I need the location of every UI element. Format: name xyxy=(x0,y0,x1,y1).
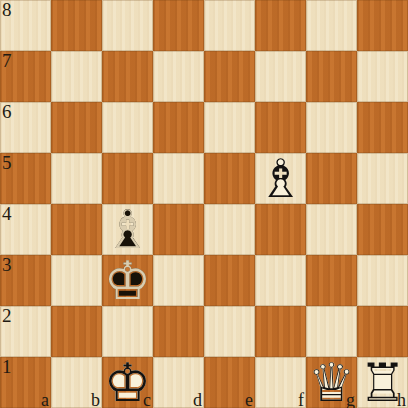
square-e6[interactable] xyxy=(204,102,255,153)
square-a7[interactable]: 7 xyxy=(0,51,51,102)
square-b8[interactable] xyxy=(51,0,102,51)
piece-black-bishop[interactable]: ♝♗ xyxy=(102,204,153,255)
square-d7[interactable] xyxy=(153,51,204,102)
square-g4[interactable] xyxy=(306,204,357,255)
chess-board: 8765♝♗4♝♗3♚♔21abc♚♔defg♛♕h♜♖ xyxy=(0,0,408,408)
square-f1[interactable]: f xyxy=(255,357,306,408)
rank-label-5: 5 xyxy=(2,153,12,174)
square-h2[interactable] xyxy=(357,306,408,357)
file-label-b: b xyxy=(91,391,100,408)
square-c4[interactable]: ♝♗ xyxy=(102,204,153,255)
square-g8[interactable] xyxy=(306,0,357,51)
black-king-glyph-outline: ♔ xyxy=(102,255,153,306)
white-bishop-glyph-outline: ♗ xyxy=(255,153,306,204)
square-d5[interactable] xyxy=(153,153,204,204)
square-e2[interactable] xyxy=(204,306,255,357)
square-h3[interactable] xyxy=(357,255,408,306)
square-f2[interactable] xyxy=(255,306,306,357)
square-h5[interactable] xyxy=(357,153,408,204)
square-c5[interactable] xyxy=(102,153,153,204)
square-g5[interactable] xyxy=(306,153,357,204)
square-h6[interactable] xyxy=(357,102,408,153)
square-d2[interactable] xyxy=(153,306,204,357)
square-c6[interactable] xyxy=(102,102,153,153)
square-e1[interactable]: e xyxy=(204,357,255,408)
square-e4[interactable] xyxy=(204,204,255,255)
square-e8[interactable] xyxy=(204,0,255,51)
square-a1[interactable]: 1a xyxy=(0,357,51,408)
square-a3[interactable]: 3 xyxy=(0,255,51,306)
piece-white-bishop[interactable]: ♝♗ xyxy=(255,153,306,204)
piece-black-king[interactable]: ♚♔ xyxy=(102,255,153,306)
square-g3[interactable] xyxy=(306,255,357,306)
square-c7[interactable] xyxy=(102,51,153,102)
file-label-g: g xyxy=(346,391,355,408)
square-d8[interactable] xyxy=(153,0,204,51)
square-g2[interactable] xyxy=(306,306,357,357)
square-c8[interactable] xyxy=(102,0,153,51)
square-c1[interactable]: c♚♔ xyxy=(102,357,153,408)
square-c3[interactable]: ♚♔ xyxy=(102,255,153,306)
square-f4[interactable] xyxy=(255,204,306,255)
square-d1[interactable]: d xyxy=(153,357,204,408)
file-label-a: a xyxy=(41,391,49,408)
square-a4[interactable]: 4 xyxy=(0,204,51,255)
square-h8[interactable] xyxy=(357,0,408,51)
square-b3[interactable] xyxy=(51,255,102,306)
rank-label-3: 3 xyxy=(2,255,12,276)
rank-label-1: 1 xyxy=(2,357,12,378)
square-h7[interactable] xyxy=(357,51,408,102)
file-label-d: d xyxy=(193,391,202,408)
rank-label-4: 4 xyxy=(2,204,12,225)
square-d6[interactable] xyxy=(153,102,204,153)
file-label-e: e xyxy=(245,391,253,408)
square-b5[interactable] xyxy=(51,153,102,204)
square-a2[interactable]: 2 xyxy=(0,306,51,357)
square-d4[interactable] xyxy=(153,204,204,255)
square-c2[interactable] xyxy=(102,306,153,357)
file-label-c: c xyxy=(143,391,151,408)
rank-label-7: 7 xyxy=(2,51,12,72)
square-f5[interactable]: ♝♗ xyxy=(255,153,306,204)
black-bishop-glyph-outline: ♗ xyxy=(102,204,153,255)
square-b2[interactable] xyxy=(51,306,102,357)
rank-label-6: 6 xyxy=(2,102,12,123)
square-a5[interactable]: 5 xyxy=(0,153,51,204)
square-g1[interactable]: g♛♕ xyxy=(306,357,357,408)
file-label-f: f xyxy=(298,391,304,408)
square-b1[interactable]: b xyxy=(51,357,102,408)
square-e3[interactable] xyxy=(204,255,255,306)
file-label-h: h xyxy=(397,391,406,408)
chessboard-window: 8765♝♗4♝♗3♚♔21abc♚♔defg♛♕h♜♖ xyxy=(0,0,408,408)
square-b7[interactable] xyxy=(51,51,102,102)
square-f3[interactable] xyxy=(255,255,306,306)
square-h4[interactable] xyxy=(357,204,408,255)
square-a8[interactable]: 8 xyxy=(0,0,51,51)
square-e7[interactable] xyxy=(204,51,255,102)
square-a6[interactable]: 6 xyxy=(0,102,51,153)
square-d3[interactable] xyxy=(153,255,204,306)
square-h1[interactable]: h♜♖ xyxy=(357,357,408,408)
square-f6[interactable] xyxy=(255,102,306,153)
square-f7[interactable] xyxy=(255,51,306,102)
square-g7[interactable] xyxy=(306,51,357,102)
square-b6[interactable] xyxy=(51,102,102,153)
square-f8[interactable] xyxy=(255,0,306,51)
square-g6[interactable] xyxy=(306,102,357,153)
rank-label-2: 2 xyxy=(2,306,12,327)
rank-label-8: 8 xyxy=(2,0,12,21)
square-b4[interactable] xyxy=(51,204,102,255)
square-e5[interactable] xyxy=(204,153,255,204)
